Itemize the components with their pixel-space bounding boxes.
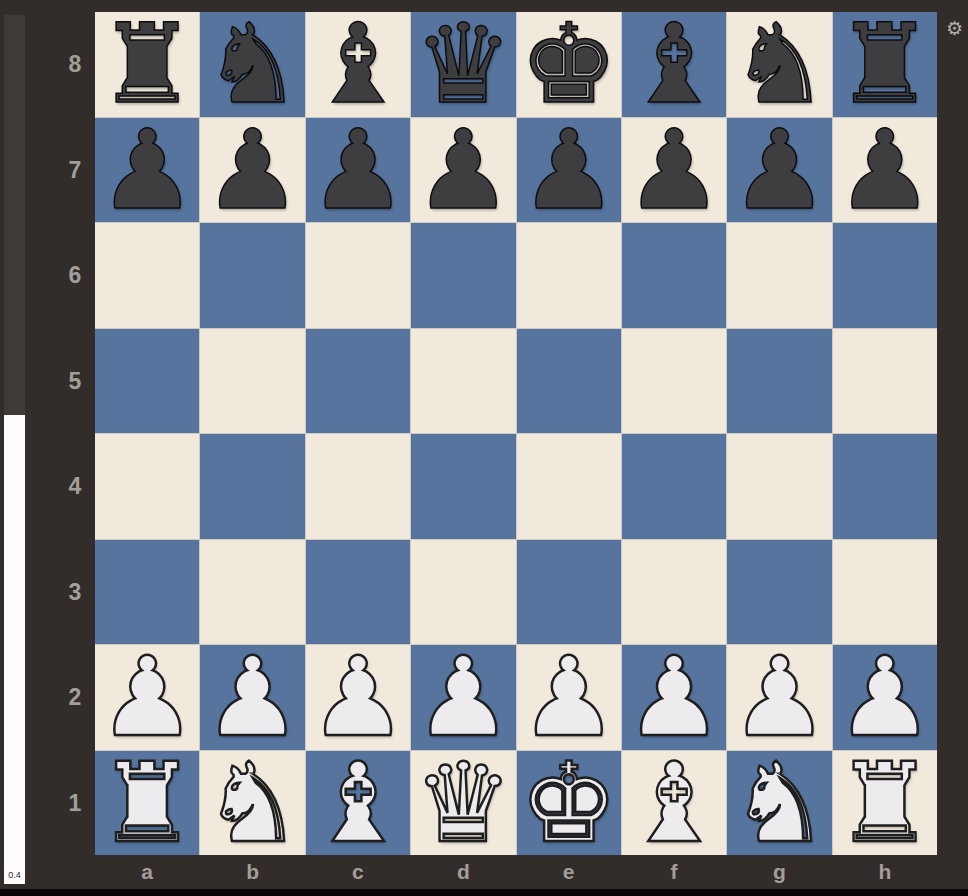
square-g6[interactable] [727, 223, 831, 328]
square-g1[interactable]: ♞ [727, 751, 831, 856]
square-e1[interactable]: ♚ [517, 751, 621, 856]
piece-black-knight[interactable]: ♞ [730, 12, 829, 116]
square-b3[interactable] [200, 540, 304, 645]
square-b2[interactable]: ♟ [200, 645, 304, 750]
file-label-g: g [727, 857, 831, 887]
piece-white-queen[interactable]: ♛ [414, 751, 513, 855]
piece-white-rook[interactable]: ♜ [98, 751, 197, 855]
square-f5[interactable] [622, 329, 726, 434]
square-g8[interactable]: ♞ [727, 12, 831, 117]
square-a4[interactable] [95, 434, 199, 539]
square-c4[interactable] [306, 434, 410, 539]
square-a6[interactable] [95, 223, 199, 328]
piece-black-pawn[interactable]: ♟ [414, 118, 513, 222]
rank-label-1: 1 [60, 751, 90, 856]
square-f8[interactable]: ♝ [622, 12, 726, 117]
square-h5[interactable] [833, 329, 937, 434]
piece-white-pawn[interactable]: ♟ [836, 645, 935, 749]
square-h6[interactable] [833, 223, 937, 328]
bottom-strip [0, 889, 968, 896]
piece-black-pawn[interactable]: ♟ [836, 118, 935, 222]
piece-black-pawn[interactable]: ♟ [203, 118, 302, 222]
piece-white-pawn[interactable]: ♟ [519, 645, 618, 749]
square-c8[interactable]: ♝ [306, 12, 410, 117]
rank-label-8: 8 [60, 12, 90, 117]
piece-black-pawn[interactable]: ♟ [730, 118, 829, 222]
square-b1[interactable]: ♞ [200, 751, 304, 856]
piece-black-pawn[interactable]: ♟ [98, 118, 197, 222]
file-label-h: h [833, 857, 937, 887]
piece-white-knight[interactable]: ♞ [730, 751, 829, 855]
piece-white-bishop[interactable]: ♝ [309, 751, 408, 855]
square-g2[interactable]: ♟ [727, 645, 831, 750]
piece-white-pawn[interactable]: ♟ [730, 645, 829, 749]
settings-button[interactable]: ⚙ [940, 14, 966, 40]
square-h8[interactable]: ♜ [833, 12, 937, 117]
piece-black-king[interactable]: ♚ [519, 12, 618, 116]
piece-white-pawn[interactable]: ♟ [203, 645, 302, 749]
file-label-d: d [411, 857, 515, 887]
square-b8[interactable]: ♞ [200, 12, 304, 117]
square-e3[interactable] [517, 540, 621, 645]
square-a1[interactable]: ♜ [95, 751, 199, 856]
square-a7[interactable]: ♟ [95, 118, 199, 223]
square-h4[interactable] [833, 434, 937, 539]
piece-white-bishop[interactable]: ♝ [625, 751, 724, 855]
square-d5[interactable] [411, 329, 515, 434]
rank-label-5: 5 [60, 329, 90, 434]
square-f2[interactable]: ♟ [622, 645, 726, 750]
square-f6[interactable] [622, 223, 726, 328]
square-b4[interactable] [200, 434, 304, 539]
square-f3[interactable] [622, 540, 726, 645]
rank-label-2: 2 [60, 645, 90, 750]
file-label-b: b [200, 857, 304, 887]
square-h3[interactable] [833, 540, 937, 645]
piece-white-rook[interactable]: ♜ [836, 751, 935, 855]
square-b7[interactable]: ♟ [200, 118, 304, 223]
square-d2[interactable]: ♟ [411, 645, 515, 750]
eval-bar: 0.4 [4, 15, 25, 884]
square-g7[interactable]: ♟ [727, 118, 831, 223]
eval-score: 0.4 [4, 870, 25, 880]
piece-black-rook[interactable]: ♜ [98, 12, 197, 116]
square-c2[interactable]: ♟ [306, 645, 410, 750]
piece-black-rook[interactable]: ♜ [836, 12, 935, 116]
square-h1[interactable]: ♜ [833, 751, 937, 856]
piece-white-pawn[interactable]: ♟ [309, 645, 408, 749]
piece-black-bishop[interactable]: ♝ [309, 12, 408, 116]
piece-black-queen[interactable]: ♛ [414, 12, 513, 116]
file-label-f: f [622, 857, 726, 887]
square-d3[interactable] [411, 540, 515, 645]
square-d8[interactable]: ♛ [411, 12, 515, 117]
square-e5[interactable] [517, 329, 621, 434]
square-a8[interactable]: ♜ [95, 12, 199, 117]
square-c3[interactable] [306, 540, 410, 645]
square-e2[interactable]: ♟ [517, 645, 621, 750]
square-a2[interactable]: ♟ [95, 645, 199, 750]
piece-black-pawn[interactable]: ♟ [625, 118, 724, 222]
piece-white-pawn[interactable]: ♟ [98, 645, 197, 749]
square-d6[interactable] [411, 223, 515, 328]
piece-black-knight[interactable]: ♞ [203, 12, 302, 116]
eval-bar-black-section [4, 15, 25, 415]
square-f1[interactable]: ♝ [622, 751, 726, 856]
piece-white-knight[interactable]: ♞ [203, 751, 302, 855]
rank-label-4: 4 [60, 434, 90, 539]
eval-bar-white-section: 0.4 [4, 415, 25, 884]
square-g3[interactable] [727, 540, 831, 645]
square-g4[interactable] [727, 434, 831, 539]
square-e6[interactable] [517, 223, 621, 328]
file-label-c: c [306, 857, 410, 887]
chess-board: ♜♞♝♛♚♝♞♜♟♟♟♟♟♟♟♟♟♟♟♟♟♟♟♟♜♞♝♛♚♝♞♜ [95, 12, 937, 855]
piece-black-pawn[interactable]: ♟ [309, 118, 408, 222]
rank-label-3: 3 [60, 540, 90, 645]
file-label-e: e [517, 857, 621, 887]
square-f4[interactable] [622, 434, 726, 539]
square-d4[interactable] [411, 434, 515, 539]
piece-white-pawn[interactable]: ♟ [625, 645, 724, 749]
square-b6[interactable] [200, 223, 304, 328]
square-c7[interactable]: ♟ [306, 118, 410, 223]
square-c5[interactable] [306, 329, 410, 434]
rank-label-6: 6 [60, 223, 90, 328]
square-g5[interactable] [727, 329, 831, 434]
square-h2[interactable]: ♟ [833, 645, 937, 750]
gear-icon: ⚙ [946, 17, 963, 39]
square-e4[interactable] [517, 434, 621, 539]
square-e8[interactable]: ♚ [517, 12, 621, 117]
piece-black-bishop[interactable]: ♝ [625, 12, 724, 116]
square-d7[interactable]: ♟ [411, 118, 515, 223]
square-c1[interactable]: ♝ [306, 751, 410, 856]
square-c6[interactable] [306, 223, 410, 328]
square-e7[interactable]: ♟ [517, 118, 621, 223]
square-h7[interactable]: ♟ [833, 118, 937, 223]
piece-black-pawn[interactable]: ♟ [519, 118, 618, 222]
piece-white-pawn[interactable]: ♟ [414, 645, 513, 749]
square-a5[interactable] [95, 329, 199, 434]
square-b5[interactable] [200, 329, 304, 434]
piece-white-king[interactable]: ♚ [519, 751, 618, 855]
square-f7[interactable]: ♟ [622, 118, 726, 223]
square-a3[interactable] [95, 540, 199, 645]
square-d1[interactable]: ♛ [411, 751, 515, 856]
rank-label-7: 7 [60, 118, 90, 223]
file-label-a: a [95, 857, 199, 887]
